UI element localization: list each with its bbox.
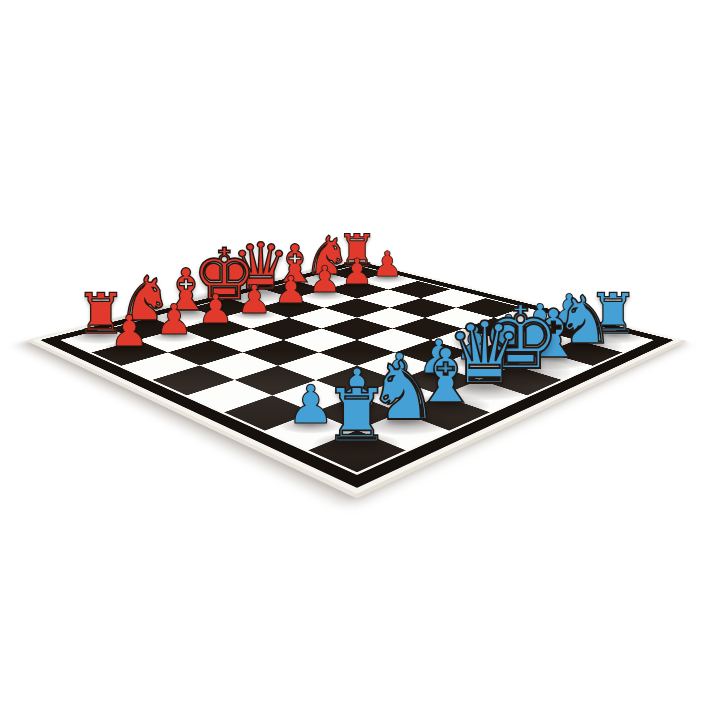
piece-red-pawn: ♟ (308, 263, 341, 298)
piece-red-pawn: ♟ (197, 290, 233, 329)
red-pawn-glyph: ♟ (155, 300, 193, 340)
piece-red-pawn: ♟ (341, 255, 373, 289)
chessboard-scene: ♜♞♝♚♛♝♞♜♟♟♟♟♟♟♟♟♟♟♟♟♟♟♟♟♜♞♝♛♚♝♞♜ (0, 0, 720, 720)
piece-red-pawn: ♟ (237, 280, 272, 317)
piece-blue-rook: ♜ (324, 380, 390, 450)
red-pawn-glyph: ♟ (372, 248, 403, 281)
red-pawn-glyph: ♟ (197, 290, 233, 329)
red-pawn-glyph: ♟ (308, 263, 341, 298)
red-pawn-glyph: ♟ (110, 311, 149, 352)
piece-red-pawn: ♟ (110, 311, 149, 352)
red-pawn-glyph: ♟ (341, 255, 373, 289)
red-pawn-glyph: ♟ (274, 272, 308, 308)
piece-red-pawn: ♟ (274, 272, 308, 308)
blue-rook-glyph: ♜ (324, 380, 390, 450)
piece-red-pawn: ♟ (155, 300, 193, 340)
chess-pieces-layer: ♜♞♝♚♛♝♞♜♟♟♟♟♟♟♟♟♟♟♟♟♟♟♟♟♜♞♝♛♚♝♞♜ (0, 0, 720, 720)
piece-red-pawn: ♟ (372, 248, 403, 281)
red-pawn-glyph: ♟ (237, 280, 272, 317)
product-photo: ♜♞♝♚♛♝♞♜♟♟♟♟♟♟♟♟♟♟♟♟♟♟♟♟♜♞♝♛♚♝♞♜ (0, 0, 720, 720)
